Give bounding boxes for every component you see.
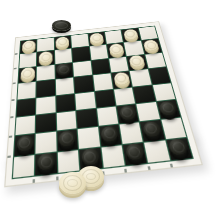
black-checker-8-6[interactable] [124, 143, 144, 162]
square-5-6[interactable] [114, 87, 135, 105]
black-checker-8-4[interactable] [81, 148, 100, 167]
white-checker-4-6[interactable] [113, 72, 130, 86]
square-4-4[interactable] [74, 76, 93, 93]
square-8-3[interactable] [58, 150, 80, 173]
square-4-8[interactable] [148, 67, 170, 84]
square-7-4[interactable] [78, 127, 100, 148]
product-photo-scene [0, 0, 220, 220]
square-1-8[interactable] [138, 26, 157, 40]
square-6-2[interactable] [36, 113, 56, 133]
square-7-1[interactable] [14, 134, 35, 156]
square-3-7[interactable] [127, 55, 147, 71]
checkers-board [4, 21, 203, 187]
square-5-5[interactable] [95, 89, 116, 107]
square-8-5[interactable] [101, 145, 125, 168]
square-7-5[interactable] [99, 125, 122, 146]
black-checker-7-3[interactable] [59, 130, 76, 147]
square-3-2[interactable] [37, 65, 55, 81]
off-board-black-checker[interactable] [52, 20, 71, 31]
black-checker-7-1[interactable] [16, 135, 33, 153]
square-8-8[interactable] [166, 138, 192, 161]
square-5-1[interactable] [16, 98, 35, 117]
square-2-7[interactable] [124, 41, 144, 56]
square-4-3[interactable] [56, 78, 75, 95]
black-checker-8-2[interactable] [38, 153, 55, 172]
square-7-2[interactable] [36, 132, 57, 153]
white-checker-1-5[interactable] [89, 32, 104, 43]
white-checker-2-8[interactable] [143, 39, 159, 51]
square-8-2[interactable] [35, 152, 56, 175]
board-grid [12, 26, 194, 180]
white-checker-1-7[interactable] [123, 28, 138, 39]
square-7-3[interactable] [57, 130, 78, 151]
square-1-3[interactable] [54, 36, 71, 50]
square-4-5[interactable] [93, 73, 113, 90]
square-5-2[interactable] [36, 96, 55, 115]
white-checker-1-3[interactable] [56, 36, 70, 48]
square-3-3[interactable] [55, 63, 73, 79]
square-7-6[interactable] [119, 123, 142, 144]
square-2-8[interactable] [142, 39, 162, 54]
square-7-8[interactable] [161, 118, 186, 139]
square-2-3[interactable] [55, 49, 72, 64]
square-6-1[interactable] [15, 115, 35, 135]
square-2-1[interactable] [19, 53, 36, 68]
square-8-1[interactable] [13, 155, 35, 178]
square-3-4[interactable] [73, 61, 92, 77]
off-board-white-checker-front[interactable] [59, 172, 86, 194]
square-2-4[interactable] [72, 47, 90, 62]
square-1-2[interactable] [37, 38, 53, 52]
white-checker-3-7[interactable] [129, 55, 146, 68]
square-6-5[interactable] [96, 106, 118, 126]
black-checker-3-3[interactable] [57, 63, 72, 76]
square-5-7[interactable] [133, 85, 155, 103]
square-3-6[interactable] [109, 57, 129, 73]
square-1-1[interactable] [20, 40, 37, 54]
white-checker-2-2[interactable] [39, 51, 53, 63]
square-3-1[interactable] [18, 67, 36, 83]
square-3-5[interactable] [91, 59, 110, 75]
square-5-4[interactable] [75, 91, 95, 109]
square-5-8[interactable] [152, 83, 175, 101]
black-checker-8-8[interactable] [168, 138, 189, 156]
square-6-8[interactable] [157, 100, 181, 119]
square-4-2[interactable] [37, 80, 55, 97]
black-checker-6-8[interactable] [158, 100, 177, 116]
square-8-6[interactable] [123, 142, 148, 165]
square-4-7[interactable] [130, 69, 151, 86]
square-1-5[interactable] [88, 32, 106, 46]
square-4-1[interactable] [18, 82, 37, 99]
black-checker-6-6[interactable] [118, 105, 136, 121]
square-6-6[interactable] [117, 104, 139, 124]
black-checker-7-5[interactable] [100, 125, 118, 142]
square-1-6[interactable] [105, 30, 123, 44]
square-5-3[interactable] [56, 94, 75, 112]
square-6-3[interactable] [56, 111, 76, 131]
black-checker-7-7[interactable] [142, 121, 162, 138]
square-2-2[interactable] [37, 51, 54, 66]
square-1-7[interactable] [122, 28, 141, 42]
square-3-8[interactable] [145, 53, 166, 69]
square-4-6[interactable] [111, 71, 132, 88]
white-checker-2-6[interactable] [108, 43, 123, 55]
square-1-4[interactable] [71, 34, 88, 48]
white-checker-3-1[interactable] [20, 67, 35, 80]
square-2-5[interactable] [89, 45, 107, 60]
white-checker-1-1[interactable] [22, 40, 36, 52]
square-2-6[interactable] [107, 43, 126, 58]
square-6-7[interactable] [137, 102, 160, 122]
square-6-4[interactable] [76, 109, 97, 129]
